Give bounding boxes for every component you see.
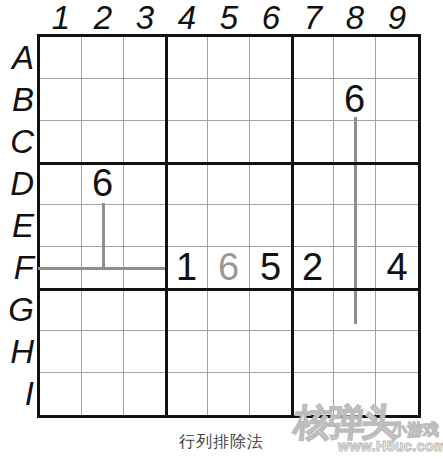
col-label-1: 1 [40, 2, 82, 34]
elimination-line-2 [102, 203, 105, 270]
elimination-line-3 [38, 267, 166, 270]
row-label-E: E [0, 205, 34, 247]
col-label-6: 6 [250, 2, 292, 34]
row-label-G: G [0, 289, 34, 331]
col-label-5: 5 [208, 2, 250, 34]
col-label-4: 4 [166, 2, 208, 34]
row-label-H: H [0, 331, 34, 373]
col-label-8: 8 [334, 2, 376, 34]
row-label-D: D [0, 163, 34, 205]
row-label-C: C [0, 121, 34, 163]
box-border-vertical-2 [291, 37, 294, 415]
col-label-9: 9 [376, 2, 418, 34]
row-label-B: B [0, 79, 34, 121]
row-label-I: I [0, 373, 34, 415]
box-border-horizontal-2 [40, 288, 418, 291]
elimination-lines-layer [40, 37, 418, 415]
row-label-F: F [0, 247, 34, 289]
row-label-A: A [0, 37, 34, 79]
technique-caption: 行列排除法 [0, 432, 443, 453]
box-border-horizontal-1 [40, 162, 418, 165]
sudoku-board: 6616524 [37, 34, 421, 418]
col-label-7: 7 [292, 2, 334, 34]
col-label-2: 2 [82, 2, 124, 34]
elimination-line-1 [354, 117, 357, 324]
box-border-vertical-1 [165, 37, 168, 415]
sudoku-diagram: 123456789 ABCDEFGHI 6616524 行列排除法 核弹头 小游… [0, 0, 443, 459]
col-label-3: 3 [124, 2, 166, 34]
